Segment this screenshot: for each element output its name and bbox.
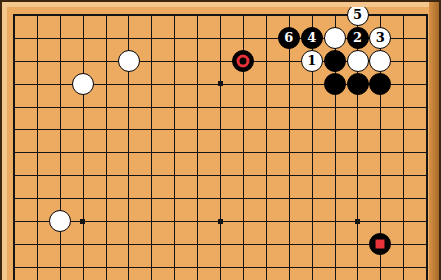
board-frame-top [0,0,441,2]
stone-black-move-6: 6 [278,27,300,49]
move-number-label: 6 [279,28,299,48]
star-point [218,219,223,224]
go-board: 564231 [0,0,441,280]
board-bevel-right [429,2,439,280]
board-edge-line-right [426,14,428,280]
stone-black [324,73,346,95]
stone-black-marked-circle [232,50,254,72]
move-number-label: 2 [348,28,368,48]
board-bevel-left [2,2,7,280]
stone-black-move-4: 4 [301,27,323,49]
move-number-label: 3 [370,28,390,48]
stone-white [72,73,94,95]
square-marker-icon [376,240,385,249]
stone-black [347,73,369,95]
circle-marker-icon [237,54,250,67]
move-number-label: 5 [348,5,368,25]
stone-black [369,73,391,95]
stone-white-move-1: 1 [301,50,323,72]
stone-white-move-3: 3 [369,27,391,49]
stone-white [49,210,71,232]
move-number-label: 4 [302,28,322,48]
star-point [80,219,85,224]
stone-black [324,50,346,72]
star-point [355,219,360,224]
stone-white [347,50,369,72]
board-edge-line-left [13,14,15,280]
stone-black-move-2: 2 [347,27,369,49]
board-bevel-top [2,2,439,7]
stone-white [118,50,140,72]
star-point [218,81,223,86]
move-number-label: 1 [302,51,322,71]
board-frame-left [0,0,2,280]
stone-white-move-5: 5 [347,4,369,26]
stone-white [324,27,346,49]
